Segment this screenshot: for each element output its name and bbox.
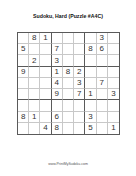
cell-r8c7: 3 bbox=[85, 112, 96, 123]
cell-r8c8 bbox=[97, 112, 108, 123]
cell-r5c1 bbox=[18, 78, 29, 89]
cell-r8c1: 8 bbox=[18, 112, 29, 123]
cell-r6c1 bbox=[18, 89, 29, 100]
cell-r4c1: 9 bbox=[18, 67, 29, 78]
cell-r2c2 bbox=[29, 44, 40, 55]
cell-r2c3 bbox=[40, 44, 51, 55]
footer-url: www.PrintMySudoku.com bbox=[34, 162, 102, 166]
cell-r5c7 bbox=[85, 78, 96, 89]
cell-r3c4: 3 bbox=[52, 55, 63, 66]
cell-r8c4: 6 bbox=[52, 112, 63, 123]
cell-r4c4: 1 bbox=[52, 67, 63, 78]
cell-r1c6 bbox=[74, 33, 85, 44]
cell-r4c3 bbox=[40, 67, 51, 78]
cell-r3c9 bbox=[108, 55, 119, 66]
cell-r8c6 bbox=[74, 112, 85, 123]
cell-r5c3 bbox=[40, 78, 51, 89]
page-title: Sudoku, Hard (Puzzle #A4C) bbox=[29, 13, 108, 19]
cell-r9c7: 5 bbox=[85, 123, 96, 134]
cell-r7c3 bbox=[40, 100, 51, 111]
cell-r8c2: 1 bbox=[29, 112, 40, 123]
cell-r6c9: 3 bbox=[108, 89, 119, 100]
cell-r9c6 bbox=[74, 123, 85, 134]
cell-r7c4 bbox=[52, 100, 63, 111]
cell-r5c2 bbox=[29, 78, 40, 89]
cell-r1c7 bbox=[85, 33, 96, 44]
cell-r5c9 bbox=[108, 78, 119, 89]
cell-r4c9 bbox=[108, 67, 119, 78]
cell-r1c8: 3 bbox=[97, 33, 108, 44]
cell-r1c5 bbox=[63, 33, 74, 44]
cell-r7c9 bbox=[108, 100, 119, 111]
cell-r9c9: 1 bbox=[108, 123, 119, 134]
cell-r7c2 bbox=[29, 100, 40, 111]
cell-r1c4 bbox=[52, 33, 63, 44]
cell-r3c3 bbox=[40, 55, 51, 66]
cell-r8c3 bbox=[40, 112, 51, 123]
cell-r2c6 bbox=[74, 44, 85, 55]
cell-r9c3: 4 bbox=[40, 123, 51, 134]
cell-r7c8 bbox=[97, 100, 108, 111]
cell-r5c8: 7 bbox=[97, 78, 108, 89]
cell-r9c2 bbox=[29, 123, 40, 134]
cell-r2c4: 7 bbox=[52, 44, 63, 55]
cell-r4c7 bbox=[85, 67, 96, 78]
cell-r1c1 bbox=[18, 33, 29, 44]
cell-r4c5: 8 bbox=[63, 67, 74, 78]
cell-r2c7: 8 bbox=[85, 44, 96, 55]
cell-r3c8 bbox=[97, 55, 108, 66]
cell-r4c2 bbox=[29, 67, 40, 78]
cell-r4c8 bbox=[97, 67, 108, 78]
cell-r7c7 bbox=[85, 100, 96, 111]
cell-r8c9 bbox=[108, 112, 119, 123]
cell-r3c6 bbox=[74, 55, 85, 66]
cell-r6c8 bbox=[97, 89, 108, 100]
cell-r6c7: 1 bbox=[85, 89, 96, 100]
cell-r6c3 bbox=[40, 89, 51, 100]
cell-r3c1 bbox=[18, 55, 29, 66]
cell-r9c5 bbox=[63, 123, 74, 134]
cell-r9c1 bbox=[18, 123, 29, 134]
sudoku-board: 8135786239182437971381634851 bbox=[17, 32, 120, 135]
cell-r5c6: 3 bbox=[74, 78, 85, 89]
cell-r1c2: 8 bbox=[29, 33, 40, 44]
cell-r4c6: 2 bbox=[74, 67, 85, 78]
cell-r1c9 bbox=[108, 33, 119, 44]
cell-r6c5 bbox=[63, 89, 74, 100]
cell-r2c1: 5 bbox=[18, 44, 29, 55]
cell-r7c1 bbox=[18, 100, 29, 111]
cell-r5c4: 4 bbox=[52, 78, 63, 89]
cell-r6c4: 9 bbox=[52, 89, 63, 100]
cell-r3c5 bbox=[63, 55, 74, 66]
cell-r2c8: 6 bbox=[97, 44, 108, 55]
cell-r7c6 bbox=[74, 100, 85, 111]
cell-r2c9 bbox=[108, 44, 119, 55]
cell-r8c5 bbox=[63, 112, 74, 123]
cell-r2c5 bbox=[63, 44, 74, 55]
cell-r6c6: 7 bbox=[74, 89, 85, 100]
sudoku-page: Sudoku, Hard (Puzzle #A4C) 8135786239182… bbox=[0, 0, 136, 176]
cell-r7c5 bbox=[63, 100, 74, 111]
cell-r9c8 bbox=[97, 123, 108, 134]
cell-r3c2: 2 bbox=[29, 55, 40, 66]
cell-r3c7 bbox=[85, 55, 96, 66]
cell-r6c2 bbox=[29, 89, 40, 100]
cell-r5c5 bbox=[63, 78, 74, 89]
cell-r1c3: 1 bbox=[40, 33, 51, 44]
cell-r9c4: 8 bbox=[52, 123, 63, 134]
